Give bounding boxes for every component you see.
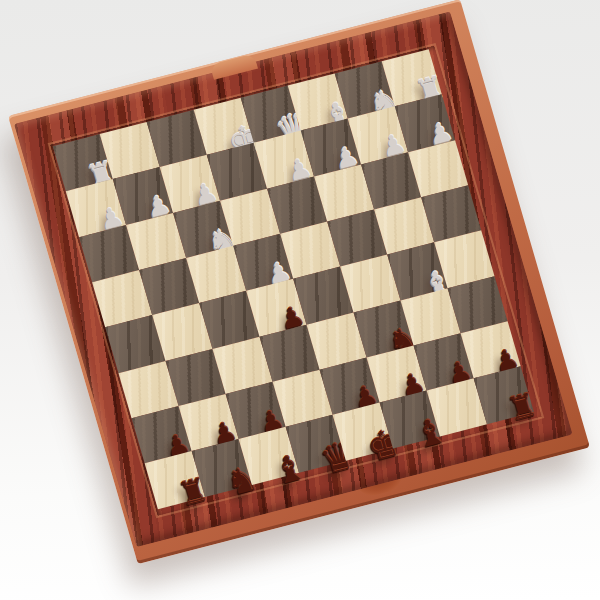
chess-scene: ♜♚♛♝♞♜♟♟♟♟♟♟♟♞♟♟♝♞♟♟♟♟♟♟♟♜♞♝♛♚♝♜ bbox=[0, 0, 600, 600]
finger-notch-top bbox=[210, 53, 258, 79]
piece-bR-a8[interactable]: ♜ bbox=[504, 388, 541, 426]
chess-board: ♜♚♛♝♞♜♟♟♟♟♟♟♟♞♟♟♝♞♟♟♟♟♟♟♟♜♞♝♛♚♝♜ bbox=[53, 49, 534, 509]
